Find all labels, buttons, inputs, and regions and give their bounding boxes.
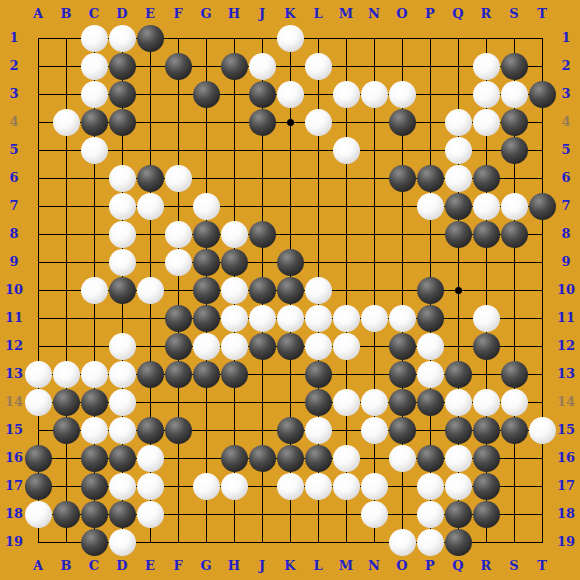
- col-label-top-J: J: [248, 7, 276, 21]
- stone-white-E16[interactable]: [137, 445, 164, 472]
- stone-white-O19[interactable]: [389, 529, 416, 556]
- row-label-left-13: 13: [0, 367, 28, 381]
- row-label-right-11: 11: [552, 311, 580, 325]
- row-label-right-17: 17: [552, 479, 580, 493]
- row-label-left-19: 19: [0, 535, 28, 549]
- stone-black-K12[interactable]: [277, 333, 304, 360]
- stone-black-H13[interactable]: [221, 361, 248, 388]
- stone-white-S7[interactable]: [501, 193, 528, 220]
- stone-black-S4[interactable]: [501, 109, 528, 136]
- stone-white-M5[interactable]: [333, 137, 360, 164]
- stone-black-Q18[interactable]: [445, 501, 472, 528]
- stone-black-D3[interactable]: [109, 81, 136, 108]
- col-label-bottom-A: A: [24, 559, 52, 573]
- stone-white-G12[interactable]: [193, 333, 220, 360]
- stone-white-P13[interactable]: [417, 361, 444, 388]
- stone-black-G13[interactable]: [193, 361, 220, 388]
- stone-white-C2[interactable]: [81, 53, 108, 80]
- stone-white-M11[interactable]: [333, 305, 360, 332]
- stone-white-M14[interactable]: [333, 389, 360, 416]
- stone-white-R2[interactable]: [473, 53, 500, 80]
- stone-white-S3[interactable]: [501, 81, 528, 108]
- row-label-right-18: 18: [552, 507, 580, 521]
- stone-white-A13[interactable]: [25, 361, 52, 388]
- stone-white-K11[interactable]: [277, 305, 304, 332]
- stone-white-K3[interactable]: [277, 81, 304, 108]
- stone-white-D15[interactable]: [109, 417, 136, 444]
- stone-white-H17[interactable]: [221, 473, 248, 500]
- stone-white-F6[interactable]: [165, 165, 192, 192]
- row-label-right-12: 12: [552, 339, 580, 353]
- stone-white-H10[interactable]: [221, 277, 248, 304]
- stone-white-Q16[interactable]: [445, 445, 472, 472]
- stone-white-D1[interactable]: [109, 25, 136, 52]
- col-label-bottom-B: B: [52, 559, 80, 573]
- stone-white-H11[interactable]: [221, 305, 248, 332]
- stone-black-S13[interactable]: [501, 361, 528, 388]
- stone-white-K17[interactable]: [277, 473, 304, 500]
- star-point-Q10: [455, 287, 462, 294]
- col-label-top-H: H: [220, 7, 248, 21]
- stone-white-P17[interactable]: [417, 473, 444, 500]
- stone-black-L16[interactable]: [305, 445, 332, 472]
- stone-white-L17[interactable]: [305, 473, 332, 500]
- stone-white-P12[interactable]: [417, 333, 444, 360]
- stone-white-L15[interactable]: [305, 417, 332, 444]
- stone-black-R8[interactable]: [473, 221, 500, 248]
- stone-black-K15[interactable]: [277, 417, 304, 444]
- stone-black-J4[interactable]: [249, 109, 276, 136]
- stone-black-H2[interactable]: [221, 53, 248, 80]
- stone-black-R12[interactable]: [473, 333, 500, 360]
- col-label-bottom-S: S: [500, 559, 528, 573]
- stone-black-G10[interactable]: [193, 277, 220, 304]
- stone-white-O3[interactable]: [389, 81, 416, 108]
- go-board-app: AABBCCDDEEFFGGHHJJKKLLMMNNOOPPQQRRSSTT11…: [0, 0, 580, 580]
- stone-black-D2[interactable]: [109, 53, 136, 80]
- stone-black-S5[interactable]: [501, 137, 528, 164]
- row-label-right-15: 15: [552, 423, 580, 437]
- stone-white-A18[interactable]: [25, 501, 52, 528]
- col-label-top-F: F: [164, 7, 192, 21]
- row-label-right-8: 8: [552, 227, 580, 241]
- stone-black-O15[interactable]: [389, 417, 416, 444]
- stone-white-F8[interactable]: [165, 221, 192, 248]
- stone-white-C13[interactable]: [81, 361, 108, 388]
- stone-black-K9[interactable]: [277, 249, 304, 276]
- stone-white-J11[interactable]: [249, 305, 276, 332]
- stone-white-P18[interactable]: [417, 501, 444, 528]
- stone-black-J16[interactable]: [249, 445, 276, 472]
- stone-black-G8[interactable]: [193, 221, 220, 248]
- row-label-left-15: 15: [0, 423, 28, 437]
- stone-white-G17[interactable]: [193, 473, 220, 500]
- row-label-left-1: 1: [0, 31, 28, 45]
- stone-white-S14[interactable]: [501, 389, 528, 416]
- stone-white-E10[interactable]: [137, 277, 164, 304]
- stone-white-D8[interactable]: [109, 221, 136, 248]
- stone-white-B4[interactable]: [53, 109, 80, 136]
- col-label-top-G: G: [192, 7, 220, 21]
- col-label-bottom-R: R: [472, 559, 500, 573]
- col-label-bottom-Q: Q: [444, 559, 472, 573]
- stone-black-Q19[interactable]: [445, 529, 472, 556]
- stone-black-R16[interactable]: [473, 445, 500, 472]
- stone-black-E15[interactable]: [137, 417, 164, 444]
- stone-black-C18[interactable]: [81, 501, 108, 528]
- stone-black-A17[interactable]: [25, 473, 52, 500]
- stone-white-D12[interactable]: [109, 333, 136, 360]
- stone-white-Q5[interactable]: [445, 137, 472, 164]
- stone-black-T7[interactable]: [529, 193, 556, 220]
- row-label-left-14: 14: [0, 395, 28, 409]
- stone-white-D19[interactable]: [109, 529, 136, 556]
- stone-black-L14[interactable]: [305, 389, 332, 416]
- stone-black-O12[interactable]: [389, 333, 416, 360]
- stone-white-E7[interactable]: [137, 193, 164, 220]
- row-label-left-16: 16: [0, 451, 28, 465]
- row-label-right-2: 2: [552, 59, 580, 73]
- stone-black-P10[interactable]: [417, 277, 444, 304]
- stone-white-R14[interactable]: [473, 389, 500, 416]
- row-label-left-2: 2: [0, 59, 28, 73]
- stone-black-S2[interactable]: [501, 53, 528, 80]
- col-label-top-K: K: [276, 7, 304, 21]
- col-label-top-C: C: [80, 7, 108, 21]
- col-label-bottom-O: O: [388, 559, 416, 573]
- stone-black-Q8[interactable]: [445, 221, 472, 248]
- stone-black-Q13[interactable]: [445, 361, 472, 388]
- col-label-bottom-T: T: [528, 559, 556, 573]
- stone-black-O13[interactable]: [389, 361, 416, 388]
- stone-white-R4[interactable]: [473, 109, 500, 136]
- stone-black-P6[interactable]: [417, 165, 444, 192]
- row-label-right-14: 14: [552, 395, 580, 409]
- stone-black-J10[interactable]: [249, 277, 276, 304]
- stone-white-L2[interactable]: [305, 53, 332, 80]
- stone-white-R7[interactable]: [473, 193, 500, 220]
- star-point-K4: [287, 119, 294, 126]
- stone-white-C5[interactable]: [81, 137, 108, 164]
- row-label-left-7: 7: [0, 199, 28, 213]
- stone-black-C17[interactable]: [81, 473, 108, 500]
- stone-white-M17[interactable]: [333, 473, 360, 500]
- col-label-bottom-P: P: [416, 559, 444, 573]
- stone-black-D10[interactable]: [109, 277, 136, 304]
- stone-black-J12[interactable]: [249, 333, 276, 360]
- col-label-top-B: B: [52, 7, 80, 21]
- stone-white-D13[interactable]: [109, 361, 136, 388]
- stone-black-E1[interactable]: [137, 25, 164, 52]
- col-label-bottom-F: F: [164, 559, 192, 573]
- stone-black-C19[interactable]: [81, 529, 108, 556]
- stone-white-T15[interactable]: [529, 417, 556, 444]
- stone-white-N11[interactable]: [361, 305, 388, 332]
- row-label-right-7: 7: [552, 199, 580, 213]
- col-label-bottom-H: H: [220, 559, 248, 573]
- stone-white-C10[interactable]: [81, 277, 108, 304]
- stone-white-L4[interactable]: [305, 109, 332, 136]
- stone-white-H12[interactable]: [221, 333, 248, 360]
- col-label-bottom-K: K: [276, 559, 304, 573]
- stone-white-E17[interactable]: [137, 473, 164, 500]
- col-label-top-T: T: [528, 7, 556, 21]
- stone-white-J2[interactable]: [249, 53, 276, 80]
- stone-black-P16[interactable]: [417, 445, 444, 472]
- row-label-right-9: 9: [552, 255, 580, 269]
- col-label-bottom-M: M: [332, 559, 360, 573]
- stone-black-E13[interactable]: [137, 361, 164, 388]
- stone-white-O16[interactable]: [389, 445, 416, 472]
- stone-black-C4[interactable]: [81, 109, 108, 136]
- stone-white-L11[interactable]: [305, 305, 332, 332]
- col-label-bottom-C: C: [80, 559, 108, 573]
- row-label-right-4: 4: [552, 115, 580, 129]
- stone-white-C15[interactable]: [81, 417, 108, 444]
- stone-white-E18[interactable]: [137, 501, 164, 528]
- stone-white-H8[interactable]: [221, 221, 248, 248]
- stone-black-H16[interactable]: [221, 445, 248, 472]
- stone-white-L12[interactable]: [305, 333, 332, 360]
- stone-black-K10[interactable]: [277, 277, 304, 304]
- stone-black-Q7[interactable]: [445, 193, 472, 220]
- stone-black-R6[interactable]: [473, 165, 500, 192]
- stone-white-D17[interactable]: [109, 473, 136, 500]
- row-label-left-4: 4: [0, 115, 28, 129]
- stone-black-A16[interactable]: [25, 445, 52, 472]
- row-label-right-19: 19: [552, 535, 580, 549]
- stone-white-M12[interactable]: [333, 333, 360, 360]
- stone-black-F2[interactable]: [165, 53, 192, 80]
- col-label-bottom-G: G: [192, 559, 220, 573]
- stone-black-F13[interactable]: [165, 361, 192, 388]
- stone-black-G11[interactable]: [193, 305, 220, 332]
- row-label-right-6: 6: [552, 171, 580, 185]
- stone-white-G7[interactable]: [193, 193, 220, 220]
- stone-white-N3[interactable]: [361, 81, 388, 108]
- col-label-top-R: R: [472, 7, 500, 21]
- col-label-top-N: N: [360, 7, 388, 21]
- row-label-left-5: 5: [0, 143, 28, 157]
- stone-black-D16[interactable]: [109, 445, 136, 472]
- stone-white-P7[interactable]: [417, 193, 444, 220]
- stone-black-E6[interactable]: [137, 165, 164, 192]
- row-label-right-13: 13: [552, 367, 580, 381]
- row-label-left-8: 8: [0, 227, 28, 241]
- stone-white-F9[interactable]: [165, 249, 192, 276]
- stone-black-F12[interactable]: [165, 333, 192, 360]
- stone-white-M16[interactable]: [333, 445, 360, 472]
- stone-white-B13[interactable]: [53, 361, 80, 388]
- stone-white-C1[interactable]: [81, 25, 108, 52]
- stone-black-O14[interactable]: [389, 389, 416, 416]
- stone-white-C3[interactable]: [81, 81, 108, 108]
- stone-black-J8[interactable]: [249, 221, 276, 248]
- stone-white-D6[interactable]: [109, 165, 136, 192]
- stone-black-D18[interactable]: [109, 501, 136, 528]
- stone-black-B14[interactable]: [53, 389, 80, 416]
- stone-black-B18[interactable]: [53, 501, 80, 528]
- stone-black-P11[interactable]: [417, 305, 444, 332]
- stone-black-B15[interactable]: [53, 417, 80, 444]
- col-label-top-A: A: [24, 7, 52, 21]
- row-label-right-10: 10: [552, 283, 580, 297]
- stone-white-K1[interactable]: [277, 25, 304, 52]
- stone-black-Q15[interactable]: [445, 417, 472, 444]
- stone-black-G3[interactable]: [193, 81, 220, 108]
- stone-white-A14[interactable]: [25, 389, 52, 416]
- row-label-left-9: 9: [0, 255, 28, 269]
- stone-white-M3[interactable]: [333, 81, 360, 108]
- row-label-left-11: 11: [0, 311, 28, 325]
- col-label-top-S: S: [500, 7, 528, 21]
- col-label-top-M: M: [332, 7, 360, 21]
- stone-white-Q17[interactable]: [445, 473, 472, 500]
- stone-black-H9[interactable]: [221, 249, 248, 276]
- row-label-right-1: 1: [552, 31, 580, 45]
- stone-white-R3[interactable]: [473, 81, 500, 108]
- stone-white-D14[interactable]: [109, 389, 136, 416]
- row-label-left-3: 3: [0, 87, 28, 101]
- stone-black-R18[interactable]: [473, 501, 500, 528]
- row-label-left-18: 18: [0, 507, 28, 521]
- stone-black-C16[interactable]: [81, 445, 108, 472]
- stone-black-F11[interactable]: [165, 305, 192, 332]
- stone-white-L10[interactable]: [305, 277, 332, 304]
- stone-black-L13[interactable]: [305, 361, 332, 388]
- stone-white-Q14[interactable]: [445, 389, 472, 416]
- col-label-bottom-J: J: [248, 559, 276, 573]
- stone-black-S15[interactable]: [501, 417, 528, 444]
- stone-black-F15[interactable]: [165, 417, 192, 444]
- stone-white-Q4[interactable]: [445, 109, 472, 136]
- stone-white-Q6[interactable]: [445, 165, 472, 192]
- stone-white-O11[interactable]: [389, 305, 416, 332]
- col-label-bottom-L: L: [304, 559, 332, 573]
- stone-black-O6[interactable]: [389, 165, 416, 192]
- col-label-top-E: E: [136, 7, 164, 21]
- col-label-bottom-D: D: [108, 559, 136, 573]
- row-label-right-16: 16: [552, 451, 580, 465]
- row-label-left-17: 17: [0, 479, 28, 493]
- stone-white-N14[interactable]: [361, 389, 388, 416]
- stone-black-R17[interactable]: [473, 473, 500, 500]
- col-label-bottom-N: N: [360, 559, 388, 573]
- stone-white-R11[interactable]: [473, 305, 500, 332]
- stone-white-D9[interactable]: [109, 249, 136, 276]
- stone-white-N17[interactable]: [361, 473, 388, 500]
- stone-black-K16[interactable]: [277, 445, 304, 472]
- col-label-top-P: P: [416, 7, 444, 21]
- stone-black-S8[interactable]: [501, 221, 528, 248]
- stone-black-J3[interactable]: [249, 81, 276, 108]
- col-label-top-Q: Q: [444, 7, 472, 21]
- row-label-left-6: 6: [0, 171, 28, 185]
- stone-white-N18[interactable]: [361, 501, 388, 528]
- row-label-right-3: 3: [552, 87, 580, 101]
- row-label-left-10: 10: [0, 283, 28, 297]
- stone-black-D4[interactable]: [109, 109, 136, 136]
- stone-white-D7[interactable]: [109, 193, 136, 220]
- goban[interactable]: AABBCCDDEEFFGGHHJJKKLLMMNNOOPPQQRRSSTT11…: [0, 0, 580, 580]
- col-label-bottom-E: E: [136, 559, 164, 573]
- stone-black-G9[interactable]: [193, 249, 220, 276]
- col-label-top-D: D: [108, 7, 136, 21]
- stone-black-C14[interactable]: [81, 389, 108, 416]
- stone-white-N15[interactable]: [361, 417, 388, 444]
- stone-black-P14[interactable]: [417, 389, 444, 416]
- row-label-left-12: 12: [0, 339, 28, 353]
- col-label-top-O: O: [388, 7, 416, 21]
- stone-black-T3[interactable]: [529, 81, 556, 108]
- stone-white-P19[interactable]: [417, 529, 444, 556]
- stone-black-R15[interactable]: [473, 417, 500, 444]
- row-label-right-5: 5: [552, 143, 580, 157]
- stone-black-O4[interactable]: [389, 109, 416, 136]
- col-label-top-L: L: [304, 7, 332, 21]
